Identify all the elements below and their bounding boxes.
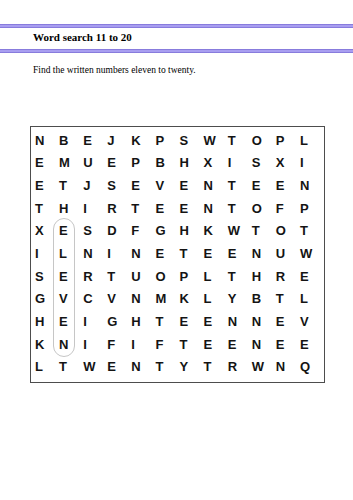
grid-cell-r6c12: W <box>296 242 320 265</box>
grid-cell-r2c10: S <box>248 152 272 175</box>
grid-cell-r10c10: N <box>248 333 272 356</box>
worksheet-page: Word search 11 to 20 Find the written nu… <box>0 0 353 500</box>
grid-cell-r3c1: E <box>31 174 55 197</box>
grid-cell-r4c4: R <box>103 197 127 220</box>
grid-cell-r4c2: H <box>55 197 79 220</box>
grid-cell-r3c2: T <box>55 174 79 197</box>
grid-cell-r11c10: W <box>248 355 272 378</box>
grid-cell-r10c5: I <box>127 333 151 356</box>
grid-cell-r5c6: G <box>151 220 175 243</box>
grid-cell-r5c8: K <box>200 220 224 243</box>
grid-cell-r8c7: K <box>176 287 200 310</box>
grid-cell-r8c11: T <box>272 287 296 310</box>
grid-cell-r1c2: B <box>55 129 79 152</box>
grid-cell-r8c6: M <box>151 287 175 310</box>
grid-cell-r3c4: S <box>103 174 127 197</box>
grid-cell-r5c1: X <box>31 220 55 243</box>
grid-cell-r5c2: E <box>55 220 79 243</box>
grid-cell-r9c8: E <box>200 310 224 333</box>
grid-cell-r5c9: W <box>224 220 248 243</box>
grid-cell-r4c1: T <box>31 197 55 220</box>
puzzle-instruction: Find the written numbers eleven to twent… <box>33 65 196 75</box>
grid-cell-r9c2: E <box>55 310 79 333</box>
grid-cell-r1c1: N <box>31 129 55 152</box>
grid-cell-r10c1: K <box>31 333 55 356</box>
grid-cell-r9c10: N <box>248 310 272 333</box>
grid-cell-r8c10: B <box>248 287 272 310</box>
grid-cell-r8c9: Y <box>224 287 248 310</box>
grid-cell-r3c12: N <box>296 174 320 197</box>
grid-cell-r4c12: P <box>296 197 320 220</box>
grid-cell-r8c12: L <box>296 287 320 310</box>
grid-cell-r7c9: T <box>224 265 248 288</box>
grid-cell-r7c8: L <box>200 265 224 288</box>
grid-cell-r1c6: P <box>151 129 175 152</box>
grid-cell-r11c8: T <box>200 355 224 378</box>
grid-cell-r7c4: T <box>103 265 127 288</box>
grid-cell-r6c6: E <box>151 242 175 265</box>
grid-cell-r9c3: I <box>79 310 103 333</box>
grid-cell-r6c11: U <box>272 242 296 265</box>
grid-cell-r6c5: N <box>127 242 151 265</box>
grid-cell-r11c1: L <box>31 355 55 378</box>
grid-cell-r5c7: H <box>176 220 200 243</box>
grid-cell-r11c4: E <box>103 355 127 378</box>
grid-cell-r9c6: T <box>151 310 175 333</box>
grid-cell-r5c10: T <box>248 220 272 243</box>
grid-cell-r9c12: V <box>296 310 320 333</box>
grid-cell-r8c1: G <box>31 287 55 310</box>
grid-cell-r1c9: T <box>224 129 248 152</box>
grid-cell-r10c7: T <box>176 333 200 356</box>
grid-cell-r6c8: E <box>200 242 224 265</box>
word-search-grid: NBEJKPSWTOPLEMUEPBHXISXIETJSEVENTEENTHIR… <box>30 126 325 383</box>
grid-cell-r4c8: N <box>200 197 224 220</box>
grid-cell-r7c1: S <box>31 265 55 288</box>
grid-cell-r7c11: R <box>272 265 296 288</box>
grid-cell-r10c4: F <box>103 333 127 356</box>
grid-cell-r1c3: E <box>79 129 103 152</box>
grid-cell-r1c12: L <box>296 129 320 152</box>
grid-cell-r6c7: T <box>176 242 200 265</box>
grid-cell-r2c7: H <box>176 152 200 175</box>
grid-cell-r5c11: O <box>272 220 296 243</box>
grid-cell-r1c4: J <box>103 129 127 152</box>
grid-cell-r2c8: X <box>200 152 224 175</box>
grid-cell-r6c3: N <box>79 242 103 265</box>
grid-cell-r9c5: H <box>127 310 151 333</box>
grid-cell-r10c2: N <box>55 333 79 356</box>
grid-cell-r4c11: F <box>272 197 296 220</box>
grid-cell-r11c11: N <box>272 355 296 378</box>
grid-cell-r9c7: E <box>176 310 200 333</box>
grid-cell-r10c6: F <box>151 333 175 356</box>
grid-cell-r11c12: Q <box>296 355 320 378</box>
grid-cell-r1c7: S <box>176 129 200 152</box>
grid-cell-r7c5: U <box>127 265 151 288</box>
grid-cell-r6c4: I <box>103 242 127 265</box>
grid-cell-r3c7: E <box>176 174 200 197</box>
grid-cell-r6c10: N <box>248 242 272 265</box>
grid-cell-r10c12: E <box>296 333 320 356</box>
grid-cell-r4c10: O <box>248 197 272 220</box>
grid-cell-r1c8: W <box>200 129 224 152</box>
grid-cell-r10c3: I <box>79 333 103 356</box>
grid-cell-r11c6: T <box>151 355 175 378</box>
grid-cell-r7c6: O <box>151 265 175 288</box>
grid-cell-r2c9: I <box>224 152 248 175</box>
grid-cell-r3c3: J <box>79 174 103 197</box>
header-accent-bar-bottom <box>0 49 353 53</box>
grid-cell-r4c7: E <box>176 197 200 220</box>
grid-cell-r2c11: X <box>272 152 296 175</box>
grid-cell-r10c11: E <box>272 333 296 356</box>
grid-cell-r8c5: N <box>127 287 151 310</box>
grid-cell-r5c4: D <box>103 220 127 243</box>
grid-cell-r3c11: E <box>272 174 296 197</box>
grid-cell-r8c3: C <box>79 287 103 310</box>
grid-cell-r3c6: V <box>151 174 175 197</box>
grid-cell-r2c3: U <box>79 152 103 175</box>
header-accent-bar-top <box>0 24 353 28</box>
grid-cell-r4c5: T <box>127 197 151 220</box>
grid-cell-r6c2: L <box>55 242 79 265</box>
page-title: Word search 11 to 20 <box>33 31 132 43</box>
grid-cell-r6c9: E <box>224 242 248 265</box>
grid-cell-r11c5: N <box>127 355 151 378</box>
grid-cell-r3c10: E <box>248 174 272 197</box>
grid-cell-r7c3: R <box>79 265 103 288</box>
grid-cell-r11c2: T <box>55 355 79 378</box>
grid-cell-r11c3: W <box>79 355 103 378</box>
grid-cell-r5c12: T <box>296 220 320 243</box>
grid-cell-r11c7: Y <box>176 355 200 378</box>
grid-cell-r9c1: H <box>31 310 55 333</box>
grid-cell-r7c7: P <box>176 265 200 288</box>
grid-cell-r2c2: M <box>55 152 79 175</box>
grid-cell-r9c11: E <box>272 310 296 333</box>
grid-cell-r10c8: E <box>200 333 224 356</box>
grid-cell-r2c5: P <box>127 152 151 175</box>
grid-cell-r8c8: L <box>200 287 224 310</box>
grid-cell-r7c12: E <box>296 265 320 288</box>
grid-cell-r7c10: H <box>248 265 272 288</box>
grid-cell-r4c6: E <box>151 197 175 220</box>
grid-cell-r5c3: S <box>79 220 103 243</box>
grid-cell-r1c5: K <box>127 129 151 152</box>
grid-cell-r7c2: E <box>55 265 79 288</box>
grid-cell-r9c4: G <box>103 310 127 333</box>
grid-cell-r1c10: O <box>248 129 272 152</box>
grid-cell-r4c9: T <box>224 197 248 220</box>
grid-cell-r6c1: I <box>31 242 55 265</box>
grid-cell-r2c6: B <box>151 152 175 175</box>
grid-cell-r8c2: V <box>55 287 79 310</box>
grid-cell-r4c3: I <box>79 197 103 220</box>
grid-cell-r9c9: N <box>224 310 248 333</box>
grid-cell-r3c9: T <box>224 174 248 197</box>
grid-cell-r2c12: I <box>296 152 320 175</box>
grid-cell-r2c4: E <box>103 152 127 175</box>
grid-cell-r10c9: E <box>224 333 248 356</box>
grid-cell-r3c5: E <box>127 174 151 197</box>
grid-cell-r1c11: P <box>272 129 296 152</box>
grid-cell-r5c5: F <box>127 220 151 243</box>
grid-cell-r11c9: R <box>224 355 248 378</box>
grid-cell-r8c4: V <box>103 287 127 310</box>
grid-cell-r3c8: N <box>200 174 224 197</box>
grid-cell-r2c1: E <box>31 152 55 175</box>
